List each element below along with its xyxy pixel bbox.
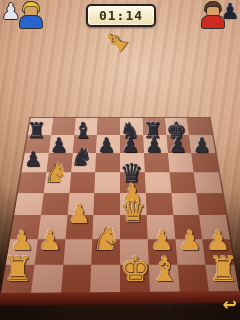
black-pawn-b7[interactable]: ♟	[50, 135, 68, 155]
white-rook-h1[interactable]: ♜	[208, 252, 238, 286]
white-pawn-b2[interactable]: ♟	[38, 227, 62, 254]
timer-value: 01:14	[99, 8, 143, 23]
white-knight-b5[interactable]: ♞	[44, 160, 67, 186]
white-bishop-f1[interactable]: ♝	[150, 252, 180, 286]
white-knight-d2[interactable]: ♞	[92, 223, 121, 255]
white-rook-a1[interactable]: ♜	[3, 252, 33, 286]
black-pawn-g7[interactable]: ♟	[169, 135, 187, 155]
white-queen-e3[interactable]: ♛	[120, 197, 147, 227]
black-pawn-a6[interactable]: ♟	[24, 149, 42, 169]
black-rook-a8[interactable]: ♜	[27, 120, 47, 142]
white-king-e1[interactable]: ♚	[120, 252, 150, 286]
avatar-shirt	[20, 16, 42, 28]
black-pawn-h7[interactable]: ♟	[193, 135, 211, 155]
white-pawn-c3[interactable]: ♟	[68, 201, 91, 227]
undo-button[interactable]: ↩	[223, 296, 237, 313]
player-avatar-white	[19, 2, 43, 28]
white-side-pawn-icon: ♟	[1, 1, 21, 23]
black-bishop-c8[interactable]: ♝	[73, 120, 93, 142]
top-bar: ♟ 01:14 ♟	[0, 0, 240, 30]
black-pawn-d7[interactable]: ♟	[97, 135, 115, 155]
black-pawn-e7[interactable]: ♟	[121, 135, 139, 155]
game-screen: ♜♝♞♜♚♟♟♟♟♟♟♟♞♞♛♟♟♛♟♟♞♟♟♟♜♚♝♜ ♟ 01:14 ♟ ♝…	[0, 0, 240, 320]
black-pawn-f7[interactable]: ♟	[145, 135, 163, 155]
white-pawn-g2[interactable]: ♟	[178, 227, 202, 254]
black-side-pawn-icon: ♟	[220, 1, 240, 23]
black-knight-c6[interactable]: ♞	[71, 145, 93, 169]
game-timer: 01:14	[86, 4, 156, 27]
